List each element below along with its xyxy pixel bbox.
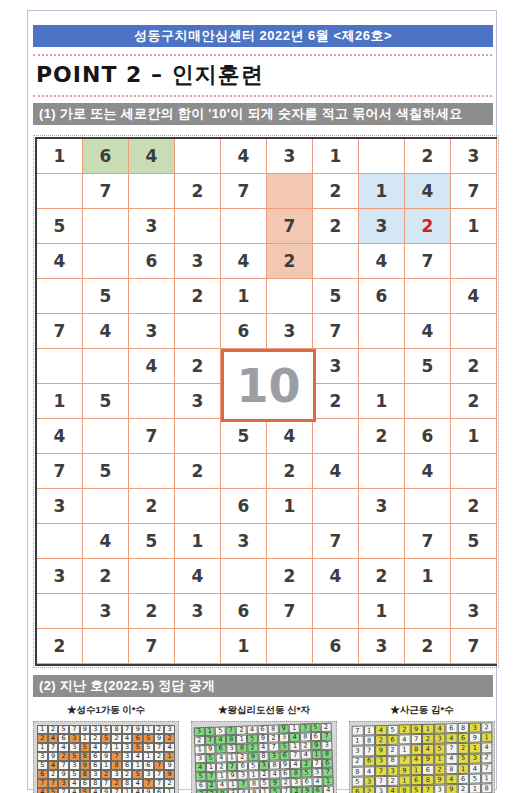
answer-cell: 2 [352,756,364,766]
answer-cell: 7 [37,779,48,788]
answer-cell: 4 [238,788,249,793]
answer-cell: 9 [258,733,269,742]
answer-cell: 4 [58,743,69,752]
grid-cell[interactable]: 2 [405,209,451,244]
answer-cell: 5 [195,772,206,781]
answer-cell: 5 [132,743,143,752]
grid-cell[interactable]: 4 [175,559,221,594]
answer-cell: 3 [434,785,446,793]
answer-cell: 3 [469,723,481,733]
grid-cell[interactable]: 7 [129,629,175,664]
grid-cell[interactable] [405,279,451,314]
grid-cell[interactable]: 3 [267,139,313,174]
grid-cell[interactable]: 7 [221,174,267,209]
answer-cell: 8 [90,779,101,788]
grid-cell[interactable]: 2 [405,139,451,174]
grid-cell[interactable]: 1 [451,419,497,454]
grid-cell[interactable]: 2 [359,559,405,594]
grid-cell[interactable]: 4 [359,244,405,279]
grid-cell[interactable]: 2 [451,384,497,419]
answer-cell: 1 [422,724,434,734]
answer-cell: 3 [195,754,206,763]
grid-cell[interactable] [83,629,129,664]
grid-cell[interactable] [83,349,129,384]
answer-cell: 9 [410,724,422,734]
answer-cell: 6 [257,724,268,733]
answer-cell: 4 [132,788,143,793]
answer-cell: 1 [143,752,154,761]
grid-cell[interactable]: 3 [175,384,221,419]
answer-cell: 8 [291,768,302,777]
grid-cell[interactable]: 3 [129,209,175,244]
grid-cell[interactable] [83,209,129,244]
grid-cell[interactable] [129,454,175,489]
answer-cell: 4 [481,743,493,753]
grid-cell[interactable]: 5 [129,524,175,559]
answer-cell: 7 [196,790,207,793]
answer-cell: 1 [323,776,334,785]
grid-cell[interactable] [175,139,221,174]
grid-cell[interactable]: 5 [451,524,497,559]
answer-cell: 5 [48,788,59,793]
answer-cell: 1 [352,736,364,746]
grid-cell[interactable]: 2 [405,629,451,664]
grid-cell[interactable]: 4 [405,314,451,349]
grid-cell[interactable] [37,349,83,384]
answer-cell: 2 [481,753,493,763]
answer-cell: 4 [387,786,399,793]
grid-cell[interactable] [405,384,451,419]
answer-cell: 2 [194,736,205,745]
answer-cell: 9 [445,784,457,793]
grid-cell[interactable]: 1 [405,559,451,594]
grid-cell[interactable] [359,139,405,174]
answer-cell: 8 [111,725,122,734]
grid-cell[interactable]: 4 [37,419,83,454]
grid-cell[interactable]: 1 [313,139,359,174]
answer-cell: 2 [387,745,399,755]
answer-cell: 1 [481,733,493,743]
answer-cell: 1 [290,741,301,750]
answer-cell: 4 [217,780,228,789]
answer-cell: 7 [321,731,332,740]
grid-cell[interactable]: 1 [451,209,497,244]
answer-cell: 8 [352,767,364,777]
grid-cell[interactable] [83,419,129,454]
grid-cell[interactable] [405,489,451,524]
grid-cell[interactable]: 1 [175,524,221,559]
answer-grid-photo-1: 1257935879123246312524659217435471355743… [37,725,175,793]
answer-cell: 1 [236,734,247,743]
grid-cell[interactable]: 2 [313,174,359,209]
grid-cell[interactable]: 2 [313,384,359,419]
grid-cell[interactable] [267,279,313,314]
grid-cell[interactable] [267,524,313,559]
grid-cell[interactable] [129,559,175,594]
answer-cell: 9 [302,786,313,793]
answer-cell: 4 [445,754,457,764]
answer-cell: 8 [80,770,91,779]
answer-cell: 8 [445,764,457,774]
grid-cell[interactable]: 3 [359,489,405,524]
grid-cell[interactable]: 3 [175,594,221,629]
grid-cell[interactable]: 3 [175,244,221,279]
grid-cell[interactable] [129,279,175,314]
grid-cell[interactable] [359,454,405,489]
answer-cell: 6 [457,733,469,743]
newsletter-banner: 성동구치매안심센터 2022년 6월 <제26호> [33,25,493,47]
answer-cell: 4 [215,735,226,744]
answer-cell: 1 [206,762,217,771]
grid-cell[interactable]: 5 [83,454,129,489]
answer-cell: 5 [457,754,469,764]
answer-cell: 9 [80,725,91,734]
grid-cell[interactable] [451,559,497,594]
answer-cell: 8 [410,745,422,755]
grid-cell[interactable]: 6 [221,489,267,524]
grid-cell[interactable]: 5 [221,419,267,454]
grid-cell[interactable]: 7 [129,419,175,454]
answer-cell: 1 [194,745,205,754]
grid-cell[interactable]: 5 [37,209,83,244]
answer-cell: 3 [58,779,69,788]
answer-cell: 8 [399,786,411,793]
answer-cell: 1 [101,761,112,770]
answer-cell: 4 [363,766,375,776]
grid-cell[interactable]: 2 [175,279,221,314]
grid-cell[interactable] [359,524,405,559]
answer-cell: 3 [375,786,387,793]
grid-cell[interactable] [37,174,83,209]
grid-cell[interactable]: 7 [37,314,83,349]
answer-cell: 2 [48,725,59,734]
answer-cell: 9 [154,734,165,743]
answer-cell: 2 [154,725,165,734]
answer-caption-3: ★사근동 김*수 [390,704,453,717]
answer-cell: 7 [445,744,457,754]
grid-cell[interactable] [221,209,267,244]
answer-cell: 9 [422,755,434,765]
grid-cell[interactable] [451,314,497,349]
answer-cell: 6 [279,751,290,760]
answer-cell: 3 [69,743,80,752]
grid-cell[interactable]: 4 [313,559,359,594]
answer-cell: 1 [227,779,238,788]
grid-cell[interactable]: 3 [83,594,129,629]
answer-cell: 2 [268,733,279,742]
answer-cell: 6 [143,761,154,770]
grid-cell[interactable]: 1 [221,629,267,664]
grid-cell[interactable] [129,174,175,209]
answer-cell: 4 [195,763,206,772]
answer-cell: 8 [122,779,133,788]
grid-cell[interactable]: 7 [267,209,313,244]
grid-cell[interactable]: 2 [129,594,175,629]
answer-cell: 9 [80,761,91,770]
answer-cell: 4 [48,761,59,770]
answer-cell: 1 [37,725,48,734]
answer-cell: 5 [387,725,399,735]
grid-cell[interactable]: 1 [221,279,267,314]
grid-cell[interactable]: 3 [451,594,497,629]
answer-cell: 6 [445,723,457,733]
answer-cell: 4 [164,743,175,752]
grid-cell[interactable]: 3 [37,559,83,594]
answer-cell: 9 [143,788,154,793]
answer-cell: 7 [154,743,165,752]
answer-cell: 6 [363,756,375,766]
answer-cell: 2 [457,743,469,753]
grid-cell[interactable]: 5 [405,349,451,384]
answer-cell: 4 [469,763,481,773]
answer-cell: 1 [399,775,411,785]
answer-cell: 6 [457,774,469,784]
answer-cell: 2 [154,752,165,761]
answer-cell: 3 [122,752,133,761]
answer-cell: 1 [259,787,270,793]
grid-cell[interactable]: 2 [267,454,313,489]
grid-cell[interactable]: 4 [37,244,83,279]
answer-cell: 6 [422,765,434,775]
answer-cell: 5 [434,744,446,754]
answer-cell: 3 [69,761,80,770]
answer-cell: 7 [58,788,69,793]
grid-cell[interactable] [175,629,221,664]
answer-cell: 4 [434,724,446,734]
answer-cell: 9 [132,725,143,734]
grid-cell[interactable]: 3 [267,314,313,349]
page-title: POINT 2 – 인지훈련 [36,60,492,90]
grid-cell[interactable] [359,314,405,349]
grid-cell[interactable]: 2 [451,489,497,524]
grid-cell[interactable]: 4 [129,349,175,384]
answer-cell: 1 [399,745,411,755]
answer-cell: 7 [101,743,112,752]
grid-cell[interactable]: 4 [83,524,129,559]
answer-photo-2: 3157246891352274815923486719638247512933… [191,721,337,793]
grid-cell[interactable]: 7 [37,454,83,489]
answer-cell: 4 [301,750,312,759]
grid-cell[interactable]: 4 [83,314,129,349]
answer-cell: 3 [37,752,48,761]
grid-cell[interactable]: 7 [405,524,451,559]
answer-cell: 7 [363,746,375,756]
grid-cell[interactable] [267,174,313,209]
answer-cell: 2 [291,786,302,793]
answer-cell: 1 [164,788,175,793]
grid-cell[interactable]: 3 [221,524,267,559]
grid-cell[interactable] [405,594,451,629]
answer-cell: 4 [269,769,280,778]
grid-cell[interactable]: 1 [267,489,313,524]
grid-cell[interactable] [221,454,267,489]
grid-cell[interactable] [83,244,129,279]
answer-cell: 4 [48,734,59,743]
grid-cell[interactable]: 3 [129,314,175,349]
grid-cell[interactable]: 6 [129,244,175,279]
grid-cell[interactable]: 7 [83,174,129,209]
answer-cell: 3 [269,751,280,760]
answer-cell: 4 [312,776,323,785]
grid-cell[interactable]: 7 [313,314,359,349]
answer-cell: 4 [422,744,434,754]
answer-cell: 1 [80,734,91,743]
grid-cell[interactable]: 6 [221,594,267,629]
answer-cell: 8 [268,724,279,733]
answer-cell: 3 [226,743,237,752]
answer-cell: 9 [217,789,228,793]
answer-grid-photo-3: 7145291468321826472346913792184572142638… [352,722,493,793]
grid-cell[interactable]: 5 [83,279,129,314]
grid-cell[interactable]: 6 [313,629,359,664]
answer-cell: 4 [216,753,227,762]
answer-cell: 8 [249,779,260,788]
answer-cell: 5 [58,725,69,734]
grid-cell[interactable]: 7 [313,524,359,559]
answer-grid-photo-2: 3157246891352274815923486719638247512933… [194,722,334,793]
answer-cell: 7 [422,785,434,793]
answer-cell: 9 [399,765,411,775]
grid-cell[interactable]: 2 [175,174,221,209]
grid-cell[interactable]: 6 [359,279,405,314]
answer-cell: 1 [469,784,481,793]
grid-cell[interactable]: 2 [37,629,83,664]
grid-cell[interactable]: 6 [83,139,129,174]
answer-cell: 1 [143,725,154,734]
grid-cell[interactable]: 2 [267,559,313,594]
grid-cell[interactable]: 1 [37,384,83,419]
answer-cell: 2 [58,752,69,761]
answer-cell: 5 [469,774,481,784]
grid-cell[interactable]: 4 [267,419,313,454]
grid-cell[interactable]: 2 [313,209,359,244]
answer-cell: 1 [111,743,122,752]
grid-cell[interactable] [313,244,359,279]
grid-cell[interactable]: 2 [129,489,175,524]
answer-cell: 6 [311,731,322,740]
grid-cell[interactable]: 3 [359,209,405,244]
grid-cell[interactable] [313,489,359,524]
answer-cell: 2 [37,734,48,743]
answer-cell: 8 [422,775,434,785]
grid-cell[interactable]: 4 [221,139,267,174]
grid-cell[interactable]: 3 [313,349,359,384]
answer-cell: 2 [111,734,122,743]
grid-cell[interactable]: 7 [451,174,497,209]
answer-cell: 7 [154,779,165,788]
answer-cell: 1 [481,773,493,783]
grid-cell[interactable]: 2 [451,349,497,384]
answer-cell: 7 [111,752,122,761]
answer-caption-2: ★왕십리도선동 신*자 [218,704,310,717]
grid-cell[interactable]: 4 [451,279,497,314]
grid-cell[interactable] [221,559,267,594]
answer-cell: 1 [289,723,300,732]
grid-cell[interactable]: 1 [359,174,405,209]
grid-cell[interactable]: 2 [83,559,129,594]
grid-cell[interactable] [175,209,221,244]
answers-row: ★성수1가동 이*수 12579358791232463125246592174… [33,701,492,793]
grid-cell[interactable]: 3 [359,629,405,664]
grid-cell[interactable] [129,384,175,419]
answer-cell: 9 [58,770,69,779]
grid-cell[interactable]: 5 [83,384,129,419]
grid-cell[interactable] [37,594,83,629]
answer-cell: 6 [237,761,248,770]
answer-cell: 6 [80,779,91,788]
answer-cell: 7 [111,788,122,793]
grid-cell[interactable] [175,419,221,454]
grid-cell[interactable]: 1 [359,594,405,629]
answer-cell: 2 [259,769,270,778]
grid-cell[interactable] [313,594,359,629]
grid-cell[interactable] [359,349,405,384]
grid-cell[interactable] [37,524,83,559]
grid-cell[interactable]: 4 [129,139,175,174]
answer-cell: 8 [322,749,333,758]
grid-cell[interactable] [83,489,129,524]
answer-cell: 5 [80,743,91,752]
grid-cell[interactable]: 3 [451,139,497,174]
grid-cell[interactable]: 1 [359,384,405,419]
answer-col-2: ★왕십리도선동 신*자 3157246891352274815923486719… [191,701,337,793]
grid-cell[interactable]: 5 [313,279,359,314]
answer-cell: 6 [196,781,207,790]
grid-cell[interactable]: 6 [221,314,267,349]
grid-cell[interactable]: 2 [175,349,221,384]
grid-cell[interactable]: 2 [359,419,405,454]
answer-cell: 5 [248,761,259,770]
grid-cell[interactable]: 4 [405,174,451,209]
grid-cell[interactable]: 4 [221,244,267,279]
grid-cell[interactable]: 1 [37,139,83,174]
answer-cell: 9 [280,760,291,769]
grid-cell[interactable]: 6 [405,419,451,454]
answer-cell: 3 [291,777,302,786]
answer-cell: 4 [445,774,457,784]
answer-cell: 5 [143,743,154,752]
answer-cell: 2 [111,779,122,788]
grid-cell[interactable]: 3 [37,489,83,524]
grid-cell[interactable] [267,629,313,664]
answer-cell: 6 [312,785,323,793]
grid-cell[interactable] [313,419,359,454]
grid-cell[interactable] [37,279,83,314]
grid-cell[interactable]: 2 [267,244,313,279]
answer-cell: 4 [132,752,143,761]
answer-cell: 8 [363,736,375,746]
grid-cell[interactable]: 2 [175,454,221,489]
grid-cell[interactable] [175,314,221,349]
answer-cell: 5 [101,734,112,743]
grid-cell[interactable]: 7 [451,629,497,664]
answer-cell: 2 [422,734,434,744]
grid-cell[interactable] [451,244,497,279]
grid-cell[interactable]: 4 [313,454,359,489]
grid-cell[interactable]: 7 [405,244,451,279]
answer-cell: 6 [387,735,399,745]
answer-cell: 1 [37,743,48,752]
answer-col-1: ★성수1가동 이*수 12579358791232463125246592174… [33,701,179,793]
grid-cell[interactable] [451,454,497,489]
answer-cell: 7 [48,779,59,788]
grid-cell[interactable] [175,489,221,524]
grid-cell[interactable]: 4 [405,454,451,489]
instruction-bar: (1) 가로 또는 세로칸의 합이 '10'이 되게 숫자를 적고 묶어서 색칠… [33,103,493,125]
grid-cell[interactable]: 7 [267,594,313,629]
answer-cell: 4 [323,785,334,793]
answer-cell: 9 [270,778,281,787]
